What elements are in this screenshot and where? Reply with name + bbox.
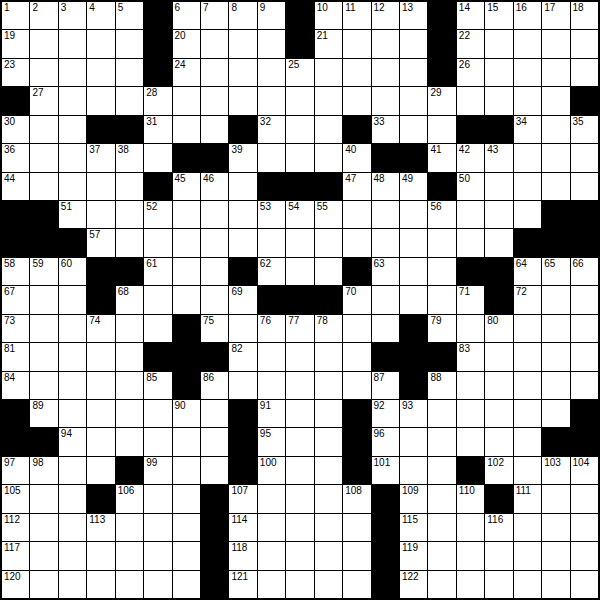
- cell-r17c19[interactable]: [514, 457, 541, 484]
- cell-r18c6[interactable]: [144, 485, 171, 512]
- cell-r7c21[interactable]: [571, 173, 598, 200]
- cell-r14c14[interactable]: 87: [372, 372, 399, 399]
- cell-r15c16[interactable]: [428, 400, 455, 427]
- cell-r5c19[interactable]: 34: [514, 116, 541, 143]
- cell-r1c20[interactable]: 17: [542, 2, 569, 29]
- cell-r17c16[interactable]: [428, 457, 455, 484]
- cell-r6c20[interactable]: [542, 144, 569, 171]
- cell-r17c15[interactable]: [400, 457, 427, 484]
- cell-r21c11[interactable]: [286, 571, 313, 598]
- cell-r12c13[interactable]: [343, 315, 370, 342]
- cell-r12c11[interactable]: 77: [286, 315, 313, 342]
- cell-r18c20[interactable]: [542, 485, 569, 512]
- cell-r14c11[interactable]: [286, 372, 313, 399]
- cell-r4c2[interactable]: 27: [30, 87, 57, 114]
- cell-r21c5[interactable]: [116, 571, 143, 598]
- cell-r18c16[interactable]: [428, 485, 455, 512]
- cell-r16c11[interactable]: [286, 428, 313, 455]
- cell-r2c9[interactable]: [229, 30, 256, 57]
- cell-r3c2[interactable]: [30, 59, 57, 86]
- cell-r15c11[interactable]: [286, 400, 313, 427]
- cell-r19c2[interactable]: [30, 514, 57, 541]
- cell-r14c12[interactable]: [315, 372, 342, 399]
- cell-r18c7[interactable]: [173, 485, 200, 512]
- cell-r8c16[interactable]: 56: [428, 201, 455, 228]
- cell-r20c17[interactable]: [457, 542, 484, 569]
- cell-r12c18[interactable]: 80: [485, 315, 512, 342]
- cell-r14c19[interactable]: [514, 372, 541, 399]
- cell-r18c3[interactable]: [59, 485, 86, 512]
- cell-r20c2[interactable]: [30, 542, 57, 569]
- cell-r20c6[interactable]: [144, 542, 171, 569]
- cell-r5c11[interactable]: [286, 116, 313, 143]
- cell-r19c17[interactable]: [457, 514, 484, 541]
- cell-r19c5[interactable]: [116, 514, 143, 541]
- cell-r11c15[interactable]: [400, 286, 427, 313]
- cell-r5c21[interactable]: 35: [571, 116, 598, 143]
- cell-r16c16[interactable]: [428, 428, 455, 455]
- cell-r2c21[interactable]: [571, 30, 598, 57]
- cell-r12c20[interactable]: [542, 315, 569, 342]
- cell-r14c2[interactable]: [30, 372, 57, 399]
- cell-r9c13[interactable]: [343, 229, 370, 256]
- cell-r4c7[interactable]: [173, 87, 200, 114]
- cell-r16c8[interactable]: [201, 428, 228, 455]
- cell-r12c19[interactable]: [514, 315, 541, 342]
- cell-r13c3[interactable]: [59, 343, 86, 370]
- cell-r10c11[interactable]: [286, 258, 313, 285]
- cell-r4c19[interactable]: [514, 87, 541, 114]
- cell-r18c2[interactable]: [30, 485, 57, 512]
- cell-r11c3[interactable]: [59, 286, 86, 313]
- cell-r20c15[interactable]: 119: [400, 542, 427, 569]
- cell-r19c6[interactable]: [144, 514, 171, 541]
- cell-r12c12[interactable]: 78: [315, 315, 342, 342]
- cell-r17c11[interactable]: [286, 457, 313, 484]
- cell-r12c17[interactable]: [457, 315, 484, 342]
- cell-r16c10[interactable]: 95: [258, 428, 285, 455]
- cell-r1c2[interactable]: 2: [30, 2, 57, 29]
- cell-r18c12[interactable]: [315, 485, 342, 512]
- cell-r15c15[interactable]: 93: [400, 400, 427, 427]
- cell-r2c4[interactable]: [87, 30, 114, 57]
- cell-r12c1[interactable]: 73: [2, 315, 29, 342]
- cell-r13c21[interactable]: [571, 343, 598, 370]
- cell-r1c18[interactable]: 15: [485, 2, 512, 29]
- cell-r19c12[interactable]: [315, 514, 342, 541]
- cell-r1c14[interactable]: 12: [372, 2, 399, 29]
- cell-r4c10[interactable]: [258, 87, 285, 114]
- cell-r11c13[interactable]: 70: [343, 286, 370, 313]
- cell-r9c7[interactable]: [173, 229, 200, 256]
- cell-r1c10[interactable]: 9: [258, 2, 285, 29]
- cell-r7c17[interactable]: 50: [457, 173, 484, 200]
- cell-r18c19[interactable]: 111: [514, 485, 541, 512]
- cell-r6c18[interactable]: 43: [485, 144, 512, 171]
- cell-r15c7[interactable]: 90: [173, 400, 200, 427]
- cell-r21c17[interactable]: [457, 571, 484, 598]
- cell-r14c4[interactable]: [87, 372, 114, 399]
- cell-r10c16[interactable]: [428, 258, 455, 285]
- cell-r18c11[interactable]: [286, 485, 313, 512]
- cell-r4c5[interactable]: [116, 87, 143, 114]
- cell-r7c15[interactable]: 49: [400, 173, 427, 200]
- cell-r21c3[interactable]: [59, 571, 86, 598]
- cell-r17c2[interactable]: 98: [30, 457, 57, 484]
- cell-r14c10[interactable]: [258, 372, 285, 399]
- cell-r19c13[interactable]: [343, 514, 370, 541]
- cell-r17c10[interactable]: 100: [258, 457, 285, 484]
- cell-r7c14[interactable]: 48: [372, 173, 399, 200]
- cell-r3c10[interactable]: [258, 59, 285, 86]
- cell-r19c18[interactable]: 116: [485, 514, 512, 541]
- cell-r12c9[interactable]: [229, 315, 256, 342]
- cell-r6c1[interactable]: 36: [2, 144, 29, 171]
- cell-r17c7[interactable]: [173, 457, 200, 484]
- cell-r16c12[interactable]: [315, 428, 342, 455]
- cell-r5c15[interactable]: [400, 116, 427, 143]
- cell-r1c21[interactable]: 18: [571, 2, 598, 29]
- cell-r2c1[interactable]: 19: [2, 30, 29, 57]
- cell-r16c4[interactable]: [87, 428, 114, 455]
- cell-r13c5[interactable]: [116, 343, 143, 370]
- cell-r19c16[interactable]: [428, 514, 455, 541]
- cell-r8c7[interactable]: [173, 201, 200, 228]
- cell-r19c3[interactable]: [59, 514, 86, 541]
- cell-r5c3[interactable]: [59, 116, 86, 143]
- cell-r20c19[interactable]: [514, 542, 541, 569]
- cell-r3c14[interactable]: [372, 59, 399, 86]
- cell-r6c3[interactable]: [59, 144, 86, 171]
- cell-r1c15[interactable]: 13: [400, 2, 427, 29]
- cell-r14c5[interactable]: [116, 372, 143, 399]
- cell-r5c16[interactable]: [428, 116, 455, 143]
- cell-r13c1[interactable]: 81: [2, 343, 29, 370]
- cell-r15c8[interactable]: [201, 400, 228, 427]
- cell-r9c12[interactable]: [315, 229, 342, 256]
- cell-r8c19[interactable]: [514, 201, 541, 228]
- cell-r16c14[interactable]: 96: [372, 428, 399, 455]
- cell-r7c8[interactable]: 46: [201, 173, 228, 200]
- cell-r8c9[interactable]: [229, 201, 256, 228]
- cell-r7c1[interactable]: 44: [2, 173, 29, 200]
- cell-r12c4[interactable]: 74: [87, 315, 114, 342]
- cell-r20c20[interactable]: [542, 542, 569, 569]
- cell-r21c10[interactable]: [258, 571, 285, 598]
- cell-r19c15[interactable]: 115: [400, 514, 427, 541]
- cell-r1c4[interactable]: 4: [87, 2, 114, 29]
- cell-r9c6[interactable]: [144, 229, 171, 256]
- cell-r10c20[interactable]: 65: [542, 258, 569, 285]
- cell-r3c3[interactable]: [59, 59, 86, 86]
- cell-r16c7[interactable]: [173, 428, 200, 455]
- cell-r8c17[interactable]: [457, 201, 484, 228]
- cell-r1c9[interactable]: 8: [229, 2, 256, 29]
- cell-r11c8[interactable]: [201, 286, 228, 313]
- cell-r1c19[interactable]: 16: [514, 2, 541, 29]
- cell-r18c5[interactable]: 106: [116, 485, 143, 512]
- cell-r14c21[interactable]: [571, 372, 598, 399]
- cell-r6c9[interactable]: 39: [229, 144, 256, 171]
- cell-r15c12[interactable]: [315, 400, 342, 427]
- cell-r17c14[interactable]: 101: [372, 457, 399, 484]
- cell-r2c18[interactable]: [485, 30, 512, 57]
- cell-r2c17[interactable]: 22: [457, 30, 484, 57]
- cell-r20c3[interactable]: [59, 542, 86, 569]
- cell-r10c12[interactable]: [315, 258, 342, 285]
- cell-r19c9[interactable]: 114: [229, 514, 256, 541]
- cell-r12c3[interactable]: [59, 315, 86, 342]
- cell-r18c21[interactable]: [571, 485, 598, 512]
- cell-r13c11[interactable]: [286, 343, 313, 370]
- cell-r3c17[interactable]: 26: [457, 59, 484, 86]
- cell-r4c6[interactable]: 28: [144, 87, 171, 114]
- cell-r10c7[interactable]: [173, 258, 200, 285]
- cell-r12c8[interactable]: 75: [201, 315, 228, 342]
- cell-r16c6[interactable]: [144, 428, 171, 455]
- cell-r14c8[interactable]: 86: [201, 372, 228, 399]
- cell-r15c2[interactable]: 89: [30, 400, 57, 427]
- cell-r21c9[interactable]: 121: [229, 571, 256, 598]
- cell-r9c11[interactable]: [286, 229, 313, 256]
- cell-r7c7[interactable]: 45: [173, 173, 200, 200]
- cell-r7c5[interactable]: [116, 173, 143, 200]
- cell-r3c8[interactable]: [201, 59, 228, 86]
- cell-r20c12[interactable]: [315, 542, 342, 569]
- cell-r3c7[interactable]: 24: [173, 59, 200, 86]
- cell-r3c11[interactable]: 25: [286, 59, 313, 86]
- cell-r13c10[interactable]: [258, 343, 285, 370]
- cell-r4c18[interactable]: [485, 87, 512, 114]
- cell-r6c4[interactable]: 37: [87, 144, 114, 171]
- cell-r14c9[interactable]: [229, 372, 256, 399]
- cell-r5c6[interactable]: 31: [144, 116, 171, 143]
- cell-r11c14[interactable]: [372, 286, 399, 313]
- cell-r4c12[interactable]: [315, 87, 342, 114]
- cell-r2c8[interactable]: [201, 30, 228, 57]
- cell-r10c2[interactable]: 59: [30, 258, 57, 285]
- cell-r16c15[interactable]: [400, 428, 427, 455]
- cell-r10c6[interactable]: 61: [144, 258, 171, 285]
- cell-r4c16[interactable]: 29: [428, 87, 455, 114]
- cell-r15c10[interactable]: 91: [258, 400, 285, 427]
- cell-r4c4[interactable]: [87, 87, 114, 114]
- cell-r7c4[interactable]: [87, 173, 114, 200]
- cell-r7c13[interactable]: 47: [343, 173, 370, 200]
- cell-r9c9[interactable]: [229, 229, 256, 256]
- cell-r17c3[interactable]: [59, 457, 86, 484]
- cell-r10c14[interactable]: 63: [372, 258, 399, 285]
- cell-r17c21[interactable]: 104: [571, 457, 598, 484]
- cell-r10c10[interactable]: 62: [258, 258, 285, 285]
- cell-r13c18[interactable]: [485, 343, 512, 370]
- cell-r9c16[interactable]: [428, 229, 455, 256]
- cell-r17c12[interactable]: [315, 457, 342, 484]
- cell-r6c16[interactable]: 41: [428, 144, 455, 171]
- cell-r19c1[interactable]: 112: [2, 514, 29, 541]
- cell-r7c18[interactable]: [485, 173, 512, 200]
- cell-r18c9[interactable]: 107: [229, 485, 256, 512]
- cell-r2c15[interactable]: [400, 30, 427, 57]
- cell-r17c4[interactable]: [87, 457, 114, 484]
- cell-r15c17[interactable]: [457, 400, 484, 427]
- cell-r16c19[interactable]: [514, 428, 541, 455]
- cell-r8c5[interactable]: [116, 201, 143, 228]
- cell-r4c11[interactable]: [286, 87, 313, 114]
- cell-r20c13[interactable]: [343, 542, 370, 569]
- cell-r2c12[interactable]: 21: [315, 30, 342, 57]
- cell-r9c18[interactable]: [485, 229, 512, 256]
- cell-r11c16[interactable]: [428, 286, 455, 313]
- cell-r9c5[interactable]: [116, 229, 143, 256]
- cell-r8c6[interactable]: 52: [144, 201, 171, 228]
- cell-r15c18[interactable]: [485, 400, 512, 427]
- cell-r15c5[interactable]: [116, 400, 143, 427]
- cell-r8c12[interactable]: 55: [315, 201, 342, 228]
- cell-r3c5[interactable]: [116, 59, 143, 86]
- cell-r6c17[interactable]: 42: [457, 144, 484, 171]
- cell-r16c17[interactable]: [457, 428, 484, 455]
- cell-r18c1[interactable]: 105: [2, 485, 29, 512]
- cell-r1c12[interactable]: 10: [315, 2, 342, 29]
- cell-r10c19[interactable]: 64: [514, 258, 541, 285]
- cell-r5c8[interactable]: [201, 116, 228, 143]
- cell-r6c19[interactable]: [514, 144, 541, 171]
- cell-r12c6[interactable]: [144, 315, 171, 342]
- cell-r13c19[interactable]: [514, 343, 541, 370]
- cell-r7c9[interactable]: [229, 173, 256, 200]
- cell-r11c21[interactable]: [571, 286, 598, 313]
- cell-r7c20[interactable]: [542, 173, 569, 200]
- cell-r21c13[interactable]: [343, 571, 370, 598]
- cell-r3c1[interactable]: 23: [2, 59, 29, 86]
- cell-r21c15[interactable]: 122: [400, 571, 427, 598]
- cell-r2c7[interactable]: 20: [173, 30, 200, 57]
- cell-r19c19[interactable]: [514, 514, 541, 541]
- cell-r1c3[interactable]: 3: [59, 2, 86, 29]
- cell-r4c3[interactable]: [59, 87, 86, 114]
- cell-r8c14[interactable]: [372, 201, 399, 228]
- cell-r8c13[interactable]: [343, 201, 370, 228]
- cell-r9c10[interactable]: [258, 229, 285, 256]
- cell-r11c5[interactable]: 68: [116, 286, 143, 313]
- cell-r6c5[interactable]: 38: [116, 144, 143, 171]
- cell-r5c7[interactable]: [173, 116, 200, 143]
- cell-r1c7[interactable]: 6: [173, 2, 200, 29]
- cell-r17c8[interactable]: [201, 457, 228, 484]
- cell-r10c3[interactable]: 60: [59, 258, 86, 285]
- cell-r8c10[interactable]: 53: [258, 201, 285, 228]
- cell-r16c3[interactable]: 94: [59, 428, 86, 455]
- cell-r14c3[interactable]: [59, 372, 86, 399]
- cell-r14c1[interactable]: 84: [2, 372, 29, 399]
- cell-r9c14[interactable]: [372, 229, 399, 256]
- cell-r14c18[interactable]: [485, 372, 512, 399]
- cell-r13c4[interactable]: [87, 343, 114, 370]
- cell-r8c15[interactable]: [400, 201, 427, 228]
- cell-r2c10[interactable]: [258, 30, 285, 57]
- cell-r19c7[interactable]: [173, 514, 200, 541]
- cell-r1c13[interactable]: 11: [343, 2, 370, 29]
- cell-r8c11[interactable]: 54: [286, 201, 313, 228]
- cell-r3c18[interactable]: [485, 59, 512, 86]
- cell-r14c20[interactable]: [542, 372, 569, 399]
- cell-r3c19[interactable]: [514, 59, 541, 86]
- cell-r6c2[interactable]: [30, 144, 57, 171]
- cell-r14c17[interactable]: [457, 372, 484, 399]
- cell-r8c4[interactable]: [87, 201, 114, 228]
- cell-r2c3[interactable]: [59, 30, 86, 57]
- cell-r10c21[interactable]: 66: [571, 258, 598, 285]
- cell-r4c8[interactable]: [201, 87, 228, 114]
- cell-r2c14[interactable]: [372, 30, 399, 57]
- cell-r19c11[interactable]: [286, 514, 313, 541]
- cell-r17c1[interactable]: 97: [2, 457, 29, 484]
- cell-r2c20[interactable]: [542, 30, 569, 57]
- cell-r3c20[interactable]: [542, 59, 569, 86]
- cell-r18c10[interactable]: [258, 485, 285, 512]
- cell-r21c21[interactable]: [571, 571, 598, 598]
- cell-r21c6[interactable]: [144, 571, 171, 598]
- cell-r4c9[interactable]: [229, 87, 256, 114]
- cell-r12c5[interactable]: [116, 315, 143, 342]
- cell-r3c4[interactable]: [87, 59, 114, 86]
- cell-r20c18[interactable]: [485, 542, 512, 569]
- cell-r15c14[interactable]: 92: [372, 400, 399, 427]
- cell-r13c2[interactable]: [30, 343, 57, 370]
- cell-r8c18[interactable]: [485, 201, 512, 228]
- cell-r21c4[interactable]: [87, 571, 114, 598]
- cell-r9c8[interactable]: [201, 229, 228, 256]
- cell-r3c15[interactable]: [400, 59, 427, 86]
- cell-r21c20[interactable]: [542, 571, 569, 598]
- cell-r13c20[interactable]: [542, 343, 569, 370]
- cell-r21c2[interactable]: [30, 571, 57, 598]
- cell-r16c5[interactable]: [116, 428, 143, 455]
- cell-r5c12[interactable]: [315, 116, 342, 143]
- cell-r13c9[interactable]: 82: [229, 343, 256, 370]
- cell-r10c1[interactable]: 58: [2, 258, 29, 285]
- cell-r13c17[interactable]: 83: [457, 343, 484, 370]
- cell-r12c14[interactable]: [372, 315, 399, 342]
- cell-r8c8[interactable]: [201, 201, 228, 228]
- cell-r4c14[interactable]: [372, 87, 399, 114]
- cell-r20c10[interactable]: [258, 542, 285, 569]
- cell-r15c20[interactable]: [542, 400, 569, 427]
- cell-r16c18[interactable]: [485, 428, 512, 455]
- cell-r4c17[interactable]: [457, 87, 484, 114]
- cell-r10c15[interactable]: [400, 258, 427, 285]
- cell-r21c12[interactable]: [315, 571, 342, 598]
- cell-r3c13[interactable]: [343, 59, 370, 86]
- cell-r20c7[interactable]: [173, 542, 200, 569]
- cell-r5c2[interactable]: [30, 116, 57, 143]
- cell-r8c3[interactable]: 51: [59, 201, 86, 228]
- cell-r6c11[interactable]: [286, 144, 313, 171]
- cell-r7c19[interactable]: [514, 173, 541, 200]
- cell-r21c19[interactable]: [514, 571, 541, 598]
- cell-r12c21[interactable]: [571, 315, 598, 342]
- cell-r21c7[interactable]: [173, 571, 200, 598]
- cell-r21c16[interactable]: [428, 571, 455, 598]
- cell-r2c19[interactable]: [514, 30, 541, 57]
- cell-r4c15[interactable]: [400, 87, 427, 114]
- cell-r20c1[interactable]: 117: [2, 542, 29, 569]
- cell-r9c15[interactable]: [400, 229, 427, 256]
- cell-r5c20[interactable]: [542, 116, 569, 143]
- cell-r4c20[interactable]: [542, 87, 569, 114]
- cell-r20c4[interactable]: [87, 542, 114, 569]
